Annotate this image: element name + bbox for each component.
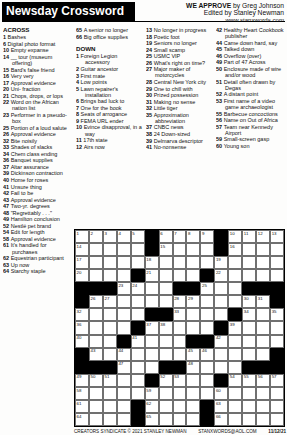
grid-cell[interactable]: 31 [256, 295, 270, 308]
grid-cell[interactable] [173, 335, 187, 348]
down-clue-18: 18 Poetic foot [146, 34, 213, 40]
clue-text: Came down hard, say [224, 40, 278, 46]
clue-number: 61 [3, 242, 11, 248]
clue-number: 63 [3, 262, 11, 268]
grid-cell[interactable]: 55 [242, 374, 256, 387]
grid-cell[interactable] [159, 387, 173, 400]
grid-cell[interactable] [228, 400, 242, 413]
clue-number: 49 [3, 216, 11, 222]
grid-cell[interactable] [117, 243, 131, 256]
grid-cell[interactable] [117, 374, 131, 387]
grid-cell[interactable] [200, 308, 214, 321]
grid-cell[interactable] [256, 400, 270, 413]
across-clue-15: 15 Bard's false friend [3, 67, 73, 73]
cell-number: 64 [77, 414, 82, 419]
grid-cell[interactable]: 18 [145, 256, 159, 269]
clue-text: Seniors no longer [154, 40, 197, 46]
down-clue-38: 38 24 Down-sized [146, 131, 213, 137]
clue-number: 17 [3, 80, 11, 86]
grid-cell[interactable] [186, 256, 200, 269]
grid-cell[interactable] [256, 348, 270, 361]
clue-column-down-mid: 13 No longer in progress18 Poetic foot19… [146, 27, 213, 228]
across-clue-39: 39 Dickinson contraction [3, 170, 73, 176]
grid-cell[interactable] [200, 295, 214, 308]
grid-cell[interactable] [242, 348, 256, 361]
grid-cell[interactable] [270, 387, 284, 400]
clue-text: Edit for length [11, 229, 45, 235]
grid-cell[interactable] [242, 335, 256, 348]
grid-cell[interactable] [145, 335, 159, 348]
grid-cell[interactable]: 43 [89, 348, 103, 361]
across-clue-54: 54 Edit for length [3, 229, 73, 235]
down-clue-7: 7 One for the book [76, 105, 143, 111]
grid-cell[interactable] [117, 269, 131, 282]
grid-cell[interactable] [228, 348, 242, 361]
grid-cell[interactable]: 33 [173, 308, 187, 321]
grid-cell[interactable] [145, 282, 159, 295]
across-clue-32: 32 Bite noisily [3, 138, 73, 144]
down-clue-27: 27 Major maker of motorcycles [146, 66, 213, 78]
grid-cell[interactable]: 13 [270, 230, 284, 243]
crossword-page: Newsday Crossword WE APPROVE by Greg Joh… [0, 0, 287, 435]
black-cell [159, 361, 173, 374]
grid-cell[interactable]: 5 [131, 230, 145, 243]
grid-cell[interactable]: 53 [173, 374, 187, 387]
clue-text: Chem class ending [11, 151, 58, 157]
grid-cell[interactable] [200, 374, 214, 387]
grid-cell[interactable]: 38 [159, 321, 173, 334]
clue-number: 54 [3, 229, 11, 235]
grid-cell[interactable] [214, 308, 228, 321]
cell-number: 12 [258, 231, 263, 236]
down-clue-8: 8 Seats of arrogance [76, 111, 143, 117]
clue-column-across-end-down-start: 65 A senior no longer66 Big office suppl… [76, 27, 143, 228]
grid-cell[interactable] [159, 400, 173, 413]
clue-number: 32 [3, 138, 11, 144]
grid-cell[interactable]: 40 [75, 335, 89, 348]
down-clue-39: 39 Delmarva descriptor [146, 138, 213, 144]
grid-cell[interactable] [214, 282, 228, 295]
grid-cell[interactable] [186, 308, 200, 321]
grid-cell[interactable]: 6 [159, 230, 173, 243]
grid-cell[interactable]: 61 [75, 400, 89, 413]
grid-cell[interactable] [117, 256, 131, 269]
cell-number: 14 [77, 244, 82, 249]
clue-column-down-end: 42 Healthy Heart Cookbook publisher44 Ca… [216, 27, 285, 228]
grid-cell[interactable] [242, 256, 256, 269]
cell-number: 59 [146, 388, 151, 393]
grid-cell[interactable] [270, 256, 284, 269]
clue-text: One to chill with [154, 86, 193, 92]
grid-cell[interactable] [186, 400, 200, 413]
grid-cell[interactable]: 48 [186, 361, 200, 374]
grid-cell[interactable] [173, 400, 187, 413]
grid-cell[interactable] [89, 256, 103, 269]
grid-cell[interactable] [145, 361, 159, 374]
grid-cell[interactable] [228, 361, 242, 374]
cell-number: 41 [132, 335, 137, 340]
clue-number: 32 [146, 105, 154, 111]
grid-cell[interactable]: 1 [75, 230, 89, 243]
grid-cell[interactable]: 24 [131, 282, 145, 295]
grid-cell[interactable] [117, 400, 131, 413]
grid-cell[interactable] [89, 269, 103, 282]
grid-cell[interactable] [159, 269, 173, 282]
grid-cell[interactable] [256, 243, 270, 256]
clue-number: 26 [3, 131, 11, 137]
across-clue-41: 41 Unsure thing [3, 184, 73, 190]
grid-cell[interactable] [228, 335, 242, 348]
grid-cell[interactable] [270, 335, 284, 348]
grid-cell[interactable] [173, 269, 187, 282]
clue-text: Prized possession [154, 92, 199, 98]
cell-number: 17 [77, 257, 82, 262]
grid-cell[interactable] [131, 256, 145, 269]
clue-number: 57 [216, 124, 224, 130]
down-clue-25: 25 USMC VIP [146, 53, 213, 59]
grid-cell[interactable]: 4 [117, 230, 131, 243]
grid-cell[interactable]: 52 [159, 374, 173, 387]
grid-cell[interactable] [131, 374, 145, 387]
grid-cell[interactable] [186, 243, 200, 256]
grid-cell[interactable] [131, 308, 145, 321]
grid-cell[interactable] [117, 295, 131, 308]
grid-cell[interactable] [256, 387, 270, 400]
black-cell [200, 269, 214, 282]
grid-cell[interactable] [200, 387, 214, 400]
grid-cell[interactable] [103, 335, 117, 348]
black-cell [173, 361, 187, 374]
grid-cell[interactable]: 12 [256, 230, 270, 243]
grid-cell[interactable] [270, 269, 284, 282]
grid-cell[interactable]: 56 [256, 374, 270, 387]
black-cell [270, 295, 284, 308]
grid-cell[interactable] [173, 256, 187, 269]
down-clue-28: 28 Central New York city [146, 79, 213, 85]
grid-cell[interactable]: 66 [214, 413, 228, 426]
clue-number: 52 [3, 223, 11, 229]
across-clue-58: 58 Approval evidence [3, 236, 73, 242]
clue-number: 22 [3, 99, 11, 105]
black-cell [159, 308, 173, 321]
grid-cell[interactable] [117, 321, 131, 334]
grid-cell[interactable]: 57 [270, 374, 284, 387]
grid-cell[interactable] [89, 335, 103, 348]
grid-cell[interactable]: 27 [103, 295, 117, 308]
grid-cell[interactable] [131, 387, 145, 400]
grid-cell[interactable] [145, 295, 159, 308]
grid-cell[interactable]: 8 [186, 230, 200, 243]
grid-cell[interactable] [117, 387, 131, 400]
grid-cell[interactable] [173, 243, 187, 256]
grid-cell[interactable]: 9 [200, 230, 214, 243]
cell-number: 11 [244, 231, 249, 236]
grid-cell[interactable]: 60 [214, 387, 228, 400]
black-cell [145, 243, 159, 256]
grid-cell[interactable]: 3 [103, 230, 117, 243]
across-clue-23: 23 Performer in a pseudo-box [3, 112, 73, 124]
grid-cell[interactable]: 10 [228, 230, 242, 243]
grid-cell[interactable] [228, 269, 242, 282]
grid-cell[interactable] [228, 295, 242, 308]
grid-cell[interactable] [186, 269, 200, 282]
clue-text: 17th state [83, 137, 107, 143]
clue-number: 25 [3, 125, 11, 131]
grid-cell[interactable]: 34 [242, 308, 256, 321]
grid-cell[interactable] [256, 413, 270, 426]
grid-cell[interactable] [242, 400, 256, 413]
grid-cell[interactable] [173, 387, 187, 400]
black-cell [214, 243, 228, 256]
clue-text: Approval evidence [11, 236, 56, 242]
grid-cell[interactable] [173, 348, 187, 361]
cell-number: 63 [216, 401, 221, 406]
grid-cell[interactable]: 47 [117, 361, 131, 374]
cell-number: 16 [230, 244, 235, 249]
grid-cell[interactable] [200, 256, 214, 269]
clue-text: Barbecue concoctions [224, 111, 278, 117]
cell-number: 35 [272, 309, 277, 314]
grid-cell[interactable]: 21 [145, 269, 159, 282]
cell-number: 53 [174, 374, 179, 379]
grid-cell[interactable] [103, 256, 117, 269]
black-cell [103, 361, 117, 374]
across-header: ACROSS [3, 27, 73, 33]
grid-cell[interactable]: 44 [117, 348, 131, 361]
down-clue-59: 59 Small-screen gasp [216, 136, 285, 142]
clue-number: 44 [216, 40, 224, 46]
grid-cell[interactable] [256, 256, 270, 269]
clue-number: 60 [216, 143, 224, 149]
down-clue-37: 37 CNBC news [146, 124, 213, 130]
cell-number: 15 [160, 244, 165, 249]
grid-cell[interactable]: 59 [145, 387, 159, 400]
grid-cell[interactable] [159, 413, 173, 426]
grid-cell[interactable] [89, 400, 103, 413]
grid-cell[interactable] [200, 321, 214, 334]
grid-cell[interactable]: 42 [214, 335, 228, 348]
grid-cell[interactable] [256, 321, 270, 334]
clue-number: 39 [3, 170, 11, 176]
grid-cell[interactable] [186, 374, 200, 387]
footer-syndicate: CREATORS SYNDICATE © 2021 STANLEY NEWMAN [74, 429, 186, 434]
grid-cell[interactable] [89, 321, 103, 334]
grid-cell[interactable] [270, 413, 284, 426]
cell-number: 55 [244, 374, 249, 379]
clue-text: Chops, drops, or lops [11, 93, 63, 99]
grid-cell[interactable]: 7 [173, 230, 187, 243]
grid-cell[interactable] [159, 282, 173, 295]
grid-cell[interactable]: 62 [145, 400, 159, 413]
clue-text: Young son [224, 143, 250, 149]
grid-cell[interactable]: 29 [186, 295, 200, 308]
grid-cell[interactable] [200, 361, 214, 374]
grid-cell[interactable]: 2 [89, 230, 103, 243]
footer-date: 11/12/21 [268, 429, 286, 434]
grid-cell[interactable] [89, 387, 103, 400]
grid-cell[interactable] [214, 295, 228, 308]
grid-cell[interactable] [256, 308, 270, 321]
grid-cell[interactable]: 58 [75, 387, 89, 400]
grid-cell[interactable]: 54 [228, 374, 242, 387]
grid-cell[interactable]: 64 [75, 413, 89, 426]
grid-cell[interactable] [186, 413, 200, 426]
grid-cell[interactable]: 25 [200, 282, 214, 295]
grid-cell[interactable] [270, 321, 284, 334]
clue-text: Small scamp [154, 47, 185, 53]
grid-cell[interactable]: 26 [89, 295, 103, 308]
grid-cell[interactable]: 39 [228, 321, 242, 334]
black-cell [117, 335, 131, 348]
grid-cell[interactable] [242, 387, 256, 400]
down-clue-10: 10 Evince disapproval, in a way [76, 124, 143, 136]
grid-cell[interactable]: 23 [117, 282, 131, 295]
grid-cell[interactable] [103, 348, 117, 361]
grid-cell[interactable] [200, 243, 214, 256]
down-clue-46: 46 Overflow (over) [216, 53, 285, 59]
cell-number: 8 [188, 231, 190, 236]
clue-number: 10 [3, 47, 11, 53]
grid-cell[interactable] [89, 308, 103, 321]
grid-cell[interactable]: 50 [89, 374, 103, 387]
grid-cell[interactable] [103, 308, 117, 321]
down-clue-24: 24 Small scamp [146, 47, 213, 53]
grid-cell[interactable]: 11 [242, 230, 256, 243]
clue-number: 51 [216, 79, 224, 85]
clue-number: 64 [3, 268, 11, 274]
cell-number: 46 [202, 348, 207, 353]
grid-cell[interactable] [256, 269, 270, 282]
grid-cell[interactable]: 20 [75, 269, 89, 282]
grid-cell[interactable] [242, 269, 256, 282]
grid-cell[interactable] [270, 400, 284, 413]
clue-number: 52 [216, 91, 224, 97]
clue-text: A senior no longer [84, 27, 128, 33]
grid-cell[interactable] [214, 361, 228, 374]
grid-cell[interactable] [242, 321, 256, 334]
clue-text: USMC VIP [154, 53, 181, 59]
clue-text: Part of 47 Across [224, 59, 266, 65]
across-clue-49: 49 Hamilton conclusion [3, 216, 73, 222]
cell-number: 6 [160, 231, 162, 236]
grid-cell[interactable]: 36 [75, 321, 89, 334]
grid-cell[interactable] [159, 295, 173, 308]
grid-cell[interactable] [173, 321, 187, 334]
grid-cell[interactable] [103, 413, 117, 426]
grid-cell[interactable] [145, 348, 159, 361]
clue-number: 48 [3, 210, 11, 216]
clue-text: First mate [81, 73, 105, 79]
grid-cell[interactable]: 35 [270, 308, 284, 321]
clue-number: 24 [146, 47, 154, 53]
grid-cell[interactable] [228, 413, 242, 426]
clue-number: 30 [146, 92, 154, 98]
across-clue-34: 34 Chem class ending [3, 151, 73, 157]
grid-cell[interactable] [228, 256, 242, 269]
grid-cell[interactable] [103, 321, 117, 334]
grid-cell[interactable] [159, 348, 173, 361]
grid-cell[interactable] [186, 321, 200, 334]
across-clue-26: 26 Approval evidence [3, 131, 73, 137]
grid-cell[interactable] [89, 243, 103, 256]
black-cell [270, 361, 284, 374]
grid-cell[interactable] [131, 348, 145, 361]
grid-cell[interactable]: 46 [200, 348, 214, 361]
grid-cell[interactable] [159, 335, 173, 348]
cell-number: 23 [118, 283, 123, 288]
across-clue-1: 1 Bashes [3, 34, 73, 40]
grid-cell[interactable] [131, 295, 145, 308]
grid-cell[interactable] [228, 387, 242, 400]
clue-number: 37 [146, 124, 154, 130]
grid-cell[interactable]: 49 [75, 374, 89, 387]
grid-cell[interactable] [173, 413, 187, 426]
grid-cell[interactable] [242, 243, 256, 256]
grid-cell[interactable] [270, 243, 284, 256]
clue-number: 42 [3, 190, 11, 196]
grid-cell[interactable] [131, 243, 145, 256]
grid-cell[interactable]: 45 [186, 348, 200, 361]
clue-number: 46 [216, 53, 224, 59]
grid-cell[interactable] [103, 243, 117, 256]
clue-text: Seats of arrogance [81, 111, 127, 117]
down-clue-44: 44 Came down hard, say [216, 40, 285, 46]
cell-number: 42 [216, 335, 221, 340]
grid-cell[interactable] [131, 361, 145, 374]
black-cell [256, 282, 270, 295]
grid-cell[interactable]: 16 [228, 243, 242, 256]
black-cell [270, 282, 284, 295]
grid-cell[interactable] [256, 335, 270, 348]
grid-cell[interactable]: 15 [159, 243, 173, 256]
grid-cell[interactable] [117, 308, 131, 321]
grid-cell[interactable] [242, 413, 256, 426]
grid-cell[interactable]: 17 [75, 256, 89, 269]
clue-text: Bashes [8, 34, 26, 40]
grid-cell[interactable]: 32 [75, 308, 89, 321]
grid-cell[interactable] [117, 413, 131, 426]
grid-cell[interactable] [186, 387, 200, 400]
clue-text: First name of a video game archaeologist [224, 98, 275, 110]
cell-number: 4 [118, 231, 120, 236]
grid-cell[interactable] [228, 282, 242, 295]
masthead-title: Newsday Crossword [6, 4, 124, 18]
clue-text: Poetic foot [154, 34, 180, 40]
grid-cell[interactable]: 37 [145, 321, 159, 334]
grid-cell[interactable]: 19 [214, 256, 228, 269]
grid-cell[interactable]: 41 [131, 335, 145, 348]
clue-text: One for the book [81, 105, 122, 111]
clue-text: __ tour (museum offering) [11, 54, 53, 66]
black-cell [228, 308, 242, 321]
across-clue-22: 22 Word on the African nation list [3, 99, 73, 111]
grid-cell[interactable] [214, 348, 228, 361]
cell-number: 25 [202, 283, 207, 288]
grid-cell[interactable] [103, 387, 117, 400]
grid-cell[interactable]: 30 [242, 295, 256, 308]
across-clue-63: 63 Up now [3, 262, 73, 268]
grid-cell[interactable] [103, 400, 117, 413]
grid-cell[interactable]: 65 [145, 413, 159, 426]
grid-cell[interactable] [159, 256, 173, 269]
grid-cell[interactable]: 14 [75, 243, 89, 256]
grid-cell[interactable] [103, 269, 117, 282]
grid-cell[interactable]: 63 [214, 400, 228, 413]
grid-cell[interactable]: 28 [173, 295, 187, 308]
grid-cell[interactable] [89, 413, 103, 426]
grid-cell[interactable]: 51 [103, 374, 117, 387]
grid-cell[interactable]: 22 [214, 269, 228, 282]
